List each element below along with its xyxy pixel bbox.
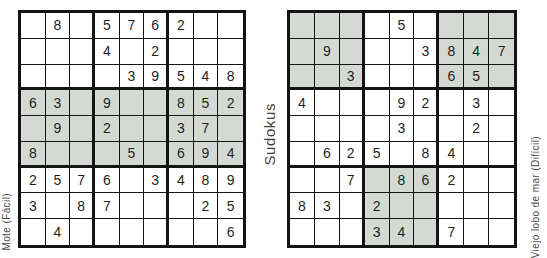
cell-r3c9[interactable] [489,65,514,91]
cell-r1c9[interactable] [489,13,514,39]
cell-r9c7[interactable]: 7 [439,219,464,245]
cell-r6c4[interactable] [95,142,120,168]
cell-r8c2[interactable] [46,193,71,219]
cell-r5c9[interactable] [218,116,243,142]
cell-r9c3[interactable] [340,219,365,245]
cell-r9c5[interactable]: 4 [390,219,415,245]
cell-r4c1[interactable]: 4 [290,90,315,116]
cell-r1c1[interactable] [21,13,46,39]
cell-r4c6[interactable]: 2 [414,90,439,116]
cell-r3c1[interactable] [21,65,46,91]
cell-r6c2[interactable] [46,142,71,168]
cell-r6c8[interactable] [464,142,489,168]
cell-r2c3[interactable] [340,39,365,65]
cell-r4c8[interactable]: 5 [194,90,219,116]
cell-r7c1[interactable] [290,168,315,194]
cell-r5c7[interactable] [439,116,464,142]
cell-r5c1[interactable] [21,116,46,142]
cell-r5c5[interactable]: 3 [390,116,415,142]
cell-r4c1[interactable]: 6 [21,90,46,116]
cell-r4c9[interactable] [489,90,514,116]
cell-r6c7[interactable]: 4 [439,142,464,168]
cell-r4c2[interactable] [315,90,340,116]
cell-r1c6[interactable] [414,13,439,39]
cell-r2c8[interactable]: 4 [464,39,489,65]
cell-r3c5[interactable]: 3 [120,65,145,91]
cell-r5c4[interactable] [365,116,390,142]
cell-r3c6[interactable]: 9 [144,65,169,91]
cell-r1c7[interactable] [439,13,464,39]
cell-r6c9[interactable] [489,142,514,168]
cell-r7c2[interactable] [315,168,340,194]
cell-r8c9[interactable] [489,193,514,219]
cell-r4c5[interactable] [120,90,145,116]
cell-r2c5[interactable] [120,39,145,65]
cell-r1c1[interactable] [290,13,315,39]
cell-r8c6[interactable] [144,193,169,219]
cell-r3c6[interactable] [414,65,439,91]
cell-r7c1[interactable]: 2 [21,168,46,194]
cell-r4c6[interactable] [144,90,169,116]
cell-r5c1[interactable] [290,116,315,142]
cell-r9c4[interactable] [95,219,120,245]
cell-r3c8[interactable]: 5 [464,65,489,91]
cell-r2c3[interactable] [70,39,95,65]
cell-r2c1[interactable] [21,39,46,65]
cell-r8c5[interactable] [120,193,145,219]
cell-r1c6[interactable]: 6 [144,13,169,39]
cell-r8c3[interactable] [340,193,365,219]
cell-r8c7[interactable] [169,193,194,219]
cell-r7c4[interactable] [365,168,390,194]
cell-r2c4[interactable] [365,39,390,65]
cell-r2c6[interactable]: 3 [414,39,439,65]
cell-r7c5[interactable]: 8 [390,168,415,194]
cell-r8c8[interactable] [464,193,489,219]
cell-r3c7[interactable]: 6 [439,65,464,91]
cell-r1c3[interactable] [340,13,365,39]
cell-r7c4[interactable]: 6 [95,168,120,194]
cell-r8c2[interactable]: 3 [315,193,340,219]
left-puzzle-label: Mote (Fácil) [1,193,12,251]
cell-r2c6[interactable]: 2 [144,39,169,65]
cell-r5c8[interactable]: 7 [194,116,219,142]
cell-r8c3[interactable]: 8 [70,193,95,219]
cell-r6c5[interactable] [390,142,415,168]
cell-r2c2[interactable]: 9 [315,39,340,65]
cell-r5c3[interactable] [70,116,95,142]
cell-r9c2[interactable]: 4 [46,219,71,245]
cell-r4c9[interactable]: 2 [218,90,243,116]
cell-r8c6[interactable] [414,193,439,219]
cell-r3c2[interactable] [46,65,71,91]
cell-r4c8[interactable]: 3 [464,90,489,116]
cell-r2c5[interactable] [390,39,415,65]
cell-r9c9[interactable]: 6 [218,219,243,245]
cell-r9c3[interactable] [70,219,95,245]
cell-r6c6[interactable]: 8 [414,142,439,168]
cell-r8c7[interactable] [439,193,464,219]
cell-r8c5[interactable] [390,193,415,219]
cell-r8c1[interactable]: 3 [21,193,46,219]
cell-r1c8[interactable] [194,13,219,39]
cell-r7c6[interactable]: 3 [144,168,169,194]
cell-r7c3[interactable]: 7 [70,168,95,194]
sudoku-grid-dificil: 593847365492332625847862832347 [287,10,517,248]
cell-r1c2[interactable] [315,13,340,39]
cell-r4c7[interactable] [439,90,464,116]
sudoku-page: Mote (Fácil) 857624239548639852923785694… [0,0,547,258]
cell-r6c9[interactable]: 4 [218,142,243,168]
cell-r7c8[interactable]: 8 [194,168,219,194]
cell-r6c1[interactable] [290,142,315,168]
cell-r2c8[interactable] [194,39,219,65]
cell-r3c3[interactable]: 3 [340,65,365,91]
cell-r1c9[interactable] [218,13,243,39]
cell-r5c2[interactable]: 9 [46,116,71,142]
cell-r9c1[interactable] [21,219,46,245]
cell-r5c9[interactable] [489,116,514,142]
cell-r7c5[interactable] [120,168,145,194]
cell-r7c7[interactable]: 4 [169,168,194,194]
cell-r3c2[interactable] [315,65,340,91]
cell-r2c1[interactable] [290,39,315,65]
cell-r8c9[interactable]: 5 [218,193,243,219]
cell-r2c7[interactable]: 8 [439,39,464,65]
cell-r4c2[interactable]: 3 [46,90,71,116]
cell-r9c8[interactable] [194,219,219,245]
cell-r2c9[interactable]: 7 [489,39,514,65]
cell-r3c3[interactable] [70,65,95,91]
cell-r6c8[interactable]: 9 [194,142,219,168]
cell-r6c6[interactable] [144,142,169,168]
cell-r5c2[interactable] [315,116,340,142]
cell-r9c9[interactable] [489,219,514,245]
cell-r6c3[interactable] [70,142,95,168]
cell-r3c9[interactable]: 8 [218,65,243,91]
cell-r4c4[interactable] [365,90,390,116]
cell-r5c3[interactable] [340,116,365,142]
cell-r3c8[interactable]: 4 [194,65,219,91]
cell-r1c5[interactable]: 7 [120,13,145,39]
cell-r2c4[interactable]: 4 [95,39,120,65]
cell-r1c7[interactable]: 2 [169,13,194,39]
cell-r5c6[interactable] [144,116,169,142]
cell-r8c1[interactable]: 8 [290,193,315,219]
cell-r3c4[interactable] [95,65,120,91]
cell-r5c6[interactable] [414,116,439,142]
cell-r6c7[interactable]: 6 [169,142,194,168]
cell-r6c3[interactable]: 2 [340,142,365,168]
cell-r8c8[interactable]: 2 [194,193,219,219]
cell-r7c6[interactable]: 6 [414,168,439,194]
cell-r9c2[interactable] [315,219,340,245]
cell-r4c4[interactable]: 9 [95,90,120,116]
cell-r1c4[interactable]: 5 [95,13,120,39]
cell-r7c2[interactable]: 5 [46,168,71,194]
cell-r3c1[interactable] [290,65,315,91]
cell-r1c5[interactable]: 5 [390,13,415,39]
cell-r7c3[interactable]: 7 [340,168,365,194]
page-title: Sudokus [261,103,278,166]
cell-r2c9[interactable] [218,39,243,65]
cell-r9c7[interactable] [169,219,194,245]
cell-r5c5[interactable] [120,116,145,142]
cell-r1c4[interactable] [365,13,390,39]
cell-r4c3[interactable] [340,90,365,116]
cell-r4c3[interactable] [70,90,95,116]
cell-r1c8[interactable] [464,13,489,39]
cell-r6c2[interactable]: 6 [315,142,340,168]
cell-r6c5[interactable]: 5 [120,142,145,168]
cell-r9c5[interactable] [120,219,145,245]
cell-r8c4[interactable]: 7 [95,193,120,219]
cell-r2c2[interactable] [46,39,71,65]
right-puzzle-label: Viejo lobo de mar (Difícil) [530,136,541,258]
cell-r3c5[interactable] [390,65,415,91]
cell-r6c4[interactable]: 5 [365,142,390,168]
cell-r9c6[interactable] [144,219,169,245]
sudoku-grid-facil: 8576242395486398529237856942576348938725… [18,10,246,248]
cell-r6c1[interactable]: 8 [21,142,46,168]
cell-r9c8[interactable] [464,219,489,245]
cell-r7c9[interactable] [489,168,514,194]
cell-r4c5[interactable]: 9 [390,90,415,116]
cell-r2c7[interactable] [169,39,194,65]
cell-r1c2[interactable]: 8 [46,13,71,39]
cell-r5c8[interactable]: 2 [464,116,489,142]
cell-r3c4[interactable] [365,65,390,91]
cell-r5c7[interactable]: 3 [169,116,194,142]
cell-r9c6[interactable] [414,219,439,245]
cell-r7c7[interactable]: 2 [439,168,464,194]
cell-r9c1[interactable] [290,219,315,245]
cell-r1c3[interactable] [70,13,95,39]
cell-r7c9[interactable]: 9 [218,168,243,194]
cell-r4c7[interactable]: 8 [169,90,194,116]
cell-r7c8[interactable] [464,168,489,194]
cell-r5c4[interactable]: 2 [95,116,120,142]
cell-r8c4[interactable]: 2 [365,193,390,219]
cell-r3c7[interactable]: 5 [169,65,194,91]
cell-r9c4[interactable]: 3 [365,219,390,245]
